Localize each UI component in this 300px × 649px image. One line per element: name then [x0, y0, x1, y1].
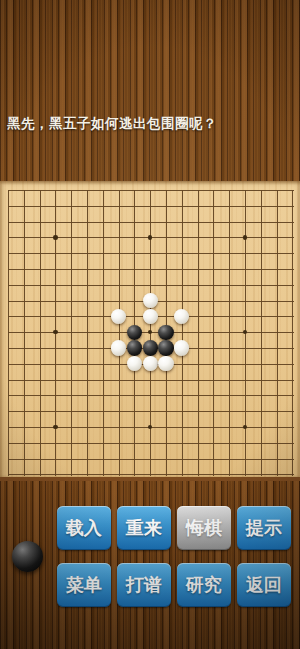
- board-cell[interactable]: [79, 387, 95, 403]
- board-cell[interactable]: [16, 182, 32, 198]
- board-cell[interactable]: [174, 214, 190, 230]
- board-cell[interactable]: [47, 356, 63, 372]
- board-cell[interactable]: [205, 277, 221, 293]
- board-cell[interactable]: [237, 182, 253, 198]
- board-cell[interactable]: [0, 229, 16, 245]
- board-cell[interactable]: [142, 324, 158, 340]
- board-cell[interactable]: [221, 340, 237, 356]
- board-cell[interactable]: [0, 403, 16, 419]
- board-cell[interactable]: [158, 466, 174, 482]
- board-cell[interactable]: [32, 451, 48, 467]
- board-cell[interactable]: [269, 261, 285, 277]
- board-cell[interactable]: [16, 356, 32, 372]
- board-cell[interactable]: [269, 198, 285, 214]
- board-cell[interactable]: [95, 435, 111, 451]
- board-cell[interactable]: [205, 293, 221, 309]
- board-cell[interactable]: [79, 308, 95, 324]
- board-cell[interactable]: [174, 324, 190, 340]
- board-cell[interactable]: [158, 435, 174, 451]
- board-cell[interactable]: [126, 214, 142, 230]
- board-cell[interactable]: [111, 324, 127, 340]
- board-cell[interactable]: [32, 356, 48, 372]
- board-cell[interactable]: [174, 293, 190, 309]
- board-cell[interactable]: [205, 182, 221, 198]
- board-cell[interactable]: [95, 261, 111, 277]
- board-cell[interactable]: [174, 198, 190, 214]
- board-cell[interactable]: [284, 435, 300, 451]
- board-cell[interactable]: [253, 419, 269, 435]
- board-cell[interactable]: [221, 324, 237, 340]
- board-cell[interactable]: [111, 340, 127, 356]
- board-cell[interactable]: [126, 182, 142, 198]
- board-cell[interactable]: [237, 261, 253, 277]
- board-cell[interactable]: [32, 324, 48, 340]
- board-cell[interactable]: [16, 214, 32, 230]
- board-cell[interactable]: [47, 277, 63, 293]
- board-cell[interactable]: [174, 229, 190, 245]
- board-cell[interactable]: [253, 372, 269, 388]
- board-cell[interactable]: [158, 308, 174, 324]
- board-cell[interactable]: [158, 214, 174, 230]
- board-cell[interactable]: [16, 245, 32, 261]
- board-cell[interactable]: [158, 324, 174, 340]
- board-cell[interactable]: [16, 261, 32, 277]
- board-cell[interactable]: [253, 451, 269, 467]
- board-cell[interactable]: [0, 324, 16, 340]
- board-cell[interactable]: [158, 451, 174, 467]
- board-cell[interactable]: [269, 435, 285, 451]
- board-cell[interactable]: [205, 356, 221, 372]
- restart-button[interactable]: 重来: [117, 506, 171, 550]
- board-cell[interactable]: [79, 419, 95, 435]
- board-cell[interactable]: [142, 277, 158, 293]
- board-cell[interactable]: [47, 182, 63, 198]
- board-cell[interactable]: [111, 261, 127, 277]
- board-cell[interactable]: [158, 387, 174, 403]
- board-cell[interactable]: [205, 435, 221, 451]
- board-cell[interactable]: [205, 340, 221, 356]
- board-cell[interactable]: [253, 277, 269, 293]
- board-cell[interactable]: [237, 356, 253, 372]
- board-cell[interactable]: [0, 451, 16, 467]
- board-cell[interactable]: [126, 198, 142, 214]
- board-cell[interactable]: [32, 466, 48, 482]
- board-cell[interactable]: [32, 340, 48, 356]
- board-cell[interactable]: [253, 466, 269, 482]
- board-cell[interactable]: [253, 214, 269, 230]
- board-cell[interactable]: [205, 451, 221, 467]
- board-cell[interactable]: [190, 229, 206, 245]
- board-cell[interactable]: [221, 214, 237, 230]
- board-cell[interactable]: [253, 387, 269, 403]
- board-cell[interactable]: [190, 324, 206, 340]
- board-cell[interactable]: [47, 293, 63, 309]
- board-cell[interactable]: [190, 387, 206, 403]
- study-button[interactable]: 研究: [177, 563, 231, 607]
- board-cell[interactable]: [126, 308, 142, 324]
- board-cell[interactable]: [142, 372, 158, 388]
- board-cell[interactable]: [47, 387, 63, 403]
- board-cell[interactable]: [253, 356, 269, 372]
- board-cell[interactable]: [269, 451, 285, 467]
- board-cell[interactable]: [253, 229, 269, 245]
- board-cell[interactable]: [79, 229, 95, 245]
- board-cell[interactable]: [253, 198, 269, 214]
- board-cell[interactable]: [221, 356, 237, 372]
- board-cell[interactable]: [126, 403, 142, 419]
- board-cell[interactable]: [126, 451, 142, 467]
- board-cell[interactable]: [111, 308, 127, 324]
- board-cell[interactable]: [190, 356, 206, 372]
- load-button[interactable]: 载入: [57, 506, 111, 550]
- board-cell[interactable]: [32, 403, 48, 419]
- board-cell[interactable]: [47, 451, 63, 467]
- board-cell[interactable]: [16, 466, 32, 482]
- board-cell[interactable]: [111, 245, 127, 261]
- board-cell[interactable]: [205, 198, 221, 214]
- board-cell[interactable]: [221, 277, 237, 293]
- board-cell[interactable]: [284, 214, 300, 230]
- board-cell[interactable]: [237, 198, 253, 214]
- board-cell[interactable]: [32, 308, 48, 324]
- board-cell[interactable]: [221, 466, 237, 482]
- board-cell[interactable]: [0, 214, 16, 230]
- board-cell[interactable]: [253, 293, 269, 309]
- board-cell[interactable]: [126, 261, 142, 277]
- board-cell[interactable]: [284, 340, 300, 356]
- board-cell[interactable]: [284, 293, 300, 309]
- board-cell[interactable]: [237, 324, 253, 340]
- board-cell[interactable]: [16, 403, 32, 419]
- board-cell[interactable]: [221, 229, 237, 245]
- board-cell[interactable]: [158, 403, 174, 419]
- board-cell[interactable]: [95, 198, 111, 214]
- board-cell[interactable]: [0, 277, 16, 293]
- board-cell[interactable]: [269, 466, 285, 482]
- board-cell[interactable]: [221, 261, 237, 277]
- board-cell[interactable]: [253, 403, 269, 419]
- board-cell[interactable]: [32, 198, 48, 214]
- board-cell[interactable]: [284, 261, 300, 277]
- board-cell[interactable]: [269, 308, 285, 324]
- board-cell[interactable]: [284, 419, 300, 435]
- board-cell[interactable]: [79, 466, 95, 482]
- board-cell[interactable]: [253, 245, 269, 261]
- board-cell[interactable]: [16, 308, 32, 324]
- board-cell[interactable]: [0, 466, 16, 482]
- board-cell[interactable]: [79, 245, 95, 261]
- board-cell[interactable]: [284, 324, 300, 340]
- board-cell[interactable]: [111, 372, 127, 388]
- board-cell[interactable]: [284, 198, 300, 214]
- menu-button[interactable]: 菜单: [57, 563, 111, 607]
- board-cell[interactable]: [237, 308, 253, 324]
- board-cell[interactable]: [16, 435, 32, 451]
- board-cell[interactable]: [32, 245, 48, 261]
- board-cell[interactable]: [95, 214, 111, 230]
- board-cell[interactable]: [111, 451, 127, 467]
- board-cell[interactable]: [205, 229, 221, 245]
- board-cell[interactable]: [190, 372, 206, 388]
- board-cell[interactable]: [16, 293, 32, 309]
- board-cell[interactable]: [79, 451, 95, 467]
- board-cell[interactable]: [190, 245, 206, 261]
- board-cell[interactable]: [205, 245, 221, 261]
- board-cell[interactable]: [63, 182, 79, 198]
- board-cell[interactable]: [95, 182, 111, 198]
- board-cell[interactable]: [142, 245, 158, 261]
- board-cell[interactable]: [174, 308, 190, 324]
- board-cell[interactable]: [142, 435, 158, 451]
- board-cell[interactable]: [221, 245, 237, 261]
- board-cell[interactable]: [221, 198, 237, 214]
- board-cell[interactable]: [221, 403, 237, 419]
- board-cell[interactable]: [63, 245, 79, 261]
- board-cell[interactable]: [142, 293, 158, 309]
- board-cell[interactable]: [237, 229, 253, 245]
- board-cell[interactable]: [158, 340, 174, 356]
- board-cell[interactable]: [174, 245, 190, 261]
- board-cell[interactable]: [95, 229, 111, 245]
- board-cell[interactable]: [205, 403, 221, 419]
- board-cell[interactable]: [284, 245, 300, 261]
- board-cell[interactable]: [269, 229, 285, 245]
- board-cell[interactable]: [237, 435, 253, 451]
- board-cell[interactable]: [0, 198, 16, 214]
- board-cell[interactable]: [253, 324, 269, 340]
- board-cell[interactable]: [95, 308, 111, 324]
- board-cell[interactable]: [79, 293, 95, 309]
- board-cell[interactable]: [111, 387, 127, 403]
- board-cell[interactable]: [142, 451, 158, 467]
- board-cell[interactable]: [221, 387, 237, 403]
- board-cell[interactable]: [0, 308, 16, 324]
- board-cell[interactable]: [142, 419, 158, 435]
- board-cell[interactable]: [142, 340, 158, 356]
- board-cell[interactable]: [174, 261, 190, 277]
- board-cell[interactable]: [142, 198, 158, 214]
- board-cell[interactable]: [253, 435, 269, 451]
- board-cell[interactable]: [174, 372, 190, 388]
- board-cell[interactable]: [237, 293, 253, 309]
- board-cell[interactable]: [63, 419, 79, 435]
- board-cell[interactable]: [47, 372, 63, 388]
- hint-button[interactable]: 提示: [237, 506, 291, 550]
- board-cell[interactable]: [95, 372, 111, 388]
- board-cell[interactable]: [111, 466, 127, 482]
- board-cell[interactable]: [190, 419, 206, 435]
- board-cell[interactable]: [47, 245, 63, 261]
- board-cell[interactable]: [16, 372, 32, 388]
- board-cell[interactable]: [221, 451, 237, 467]
- board-cell[interactable]: [142, 387, 158, 403]
- board-cell[interactable]: [111, 277, 127, 293]
- board-cell[interactable]: [79, 403, 95, 419]
- board-cell[interactable]: [221, 419, 237, 435]
- board-cell[interactable]: [32, 261, 48, 277]
- board-cell[interactable]: [269, 293, 285, 309]
- board-cell[interactable]: [221, 308, 237, 324]
- board-cell[interactable]: [79, 435, 95, 451]
- board-cell[interactable]: [126, 277, 142, 293]
- board-cell[interactable]: [205, 466, 221, 482]
- board-cell[interactable]: [32, 435, 48, 451]
- board-cell[interactable]: [269, 387, 285, 403]
- board-cell[interactable]: [142, 214, 158, 230]
- board-cell[interactable]: [142, 229, 158, 245]
- board-cell[interactable]: [111, 182, 127, 198]
- board-cell[interactable]: [158, 261, 174, 277]
- board-cell[interactable]: [63, 435, 79, 451]
- board-cell[interactable]: [269, 340, 285, 356]
- board-cell[interactable]: [63, 466, 79, 482]
- board-cell[interactable]: [284, 229, 300, 245]
- board-cell[interactable]: [126, 340, 142, 356]
- board-cell[interactable]: [79, 372, 95, 388]
- board-cell[interactable]: [142, 356, 158, 372]
- board-cell[interactable]: [221, 372, 237, 388]
- board-cell[interactable]: [205, 372, 221, 388]
- board-cell[interactable]: [190, 293, 206, 309]
- board-cell[interactable]: [32, 419, 48, 435]
- board-cell[interactable]: [63, 214, 79, 230]
- board-cell[interactable]: [126, 245, 142, 261]
- board-cell[interactable]: [63, 356, 79, 372]
- board-cell[interactable]: [63, 261, 79, 277]
- board-cell[interactable]: [284, 356, 300, 372]
- board-cell[interactable]: [126, 324, 142, 340]
- board-cell[interactable]: [190, 451, 206, 467]
- board-cell[interactable]: [205, 419, 221, 435]
- board-cell[interactable]: [95, 419, 111, 435]
- board-cell[interactable]: [32, 387, 48, 403]
- board-cell[interactable]: [126, 435, 142, 451]
- board-cell[interactable]: [126, 372, 142, 388]
- record-button[interactable]: 打谱: [117, 563, 171, 607]
- board-cell[interactable]: [0, 182, 16, 198]
- board-cell[interactable]: [63, 293, 79, 309]
- board-cell[interactable]: [0, 340, 16, 356]
- board-cell[interactable]: [79, 214, 95, 230]
- board-cell[interactable]: [47, 419, 63, 435]
- board-cell[interactable]: [16, 198, 32, 214]
- board-cell[interactable]: [269, 324, 285, 340]
- board-cell[interactable]: [111, 419, 127, 435]
- board-cell[interactable]: [95, 387, 111, 403]
- board-cell[interactable]: [32, 372, 48, 388]
- board-cell[interactable]: [95, 356, 111, 372]
- board-cell[interactable]: [79, 261, 95, 277]
- board-cell[interactable]: [158, 245, 174, 261]
- board-cell[interactable]: [16, 387, 32, 403]
- board-cell[interactable]: [269, 214, 285, 230]
- board-cell[interactable]: [142, 261, 158, 277]
- board-cell[interactable]: [47, 308, 63, 324]
- board-cell[interactable]: [269, 356, 285, 372]
- board-cell[interactable]: [237, 403, 253, 419]
- board-cell[interactable]: [142, 308, 158, 324]
- board-cell[interactable]: [16, 451, 32, 467]
- board-cell[interactable]: [237, 277, 253, 293]
- board-cell[interactable]: [32, 214, 48, 230]
- board-cell[interactable]: [95, 245, 111, 261]
- board-cell[interactable]: [158, 182, 174, 198]
- board-cell[interactable]: [47, 261, 63, 277]
- board-cell[interactable]: [284, 451, 300, 467]
- board-cell[interactable]: [63, 277, 79, 293]
- board-cell[interactable]: [63, 308, 79, 324]
- board-cell[interactable]: [0, 419, 16, 435]
- board-cell[interactable]: [158, 229, 174, 245]
- board-cell[interactable]: [79, 182, 95, 198]
- board-cell[interactable]: [47, 229, 63, 245]
- board-cell[interactable]: [142, 466, 158, 482]
- board-cell[interactable]: [190, 403, 206, 419]
- board-cell[interactable]: [190, 308, 206, 324]
- board-cell[interactable]: [284, 466, 300, 482]
- board-cell[interactable]: [237, 214, 253, 230]
- board-cell[interactable]: [174, 182, 190, 198]
- board-cell[interactable]: [79, 356, 95, 372]
- board-cell[interactable]: [47, 435, 63, 451]
- board-cell[interactable]: [269, 419, 285, 435]
- board-cell[interactable]: [190, 277, 206, 293]
- board-cell[interactable]: [190, 214, 206, 230]
- board-cell[interactable]: [111, 403, 127, 419]
- board-cell[interactable]: [16, 340, 32, 356]
- board-cell[interactable]: [269, 403, 285, 419]
- board-cell[interactable]: [269, 277, 285, 293]
- board-cell[interactable]: [269, 182, 285, 198]
- board-cell[interactable]: [237, 466, 253, 482]
- board-cell[interactable]: [79, 277, 95, 293]
- board-cell[interactable]: [16, 229, 32, 245]
- board-cell[interactable]: [237, 372, 253, 388]
- board-cell[interactable]: [95, 324, 111, 340]
- board-cell[interactable]: [237, 387, 253, 403]
- board-cell[interactable]: [79, 340, 95, 356]
- board-cell[interactable]: [190, 435, 206, 451]
- board-cell[interactable]: [253, 182, 269, 198]
- board-cell[interactable]: [0, 261, 16, 277]
- board-cell[interactable]: [63, 324, 79, 340]
- board-cell[interactable]: [237, 451, 253, 467]
- board-cell[interactable]: [190, 261, 206, 277]
- board-cell[interactable]: [126, 293, 142, 309]
- board-cell[interactable]: [63, 340, 79, 356]
- board-cell[interactable]: [0, 372, 16, 388]
- board-cell[interactable]: [174, 435, 190, 451]
- board-cell[interactable]: [126, 356, 142, 372]
- board-cell[interactable]: [269, 245, 285, 261]
- board-cell[interactable]: [158, 356, 174, 372]
- board-cell[interactable]: [190, 466, 206, 482]
- board-cell[interactable]: [79, 198, 95, 214]
- board-cell[interactable]: [111, 356, 127, 372]
- board-cell[interactable]: [111, 293, 127, 309]
- board-cell[interactable]: [221, 435, 237, 451]
- board-cell[interactable]: [158, 372, 174, 388]
- board-cell[interactable]: [158, 419, 174, 435]
- board-cell[interactable]: [111, 214, 127, 230]
- board-cell[interactable]: [63, 387, 79, 403]
- undo-button[interactable]: 悔棋: [177, 506, 231, 550]
- board-cell[interactable]: [205, 214, 221, 230]
- board-cell[interactable]: [95, 451, 111, 467]
- board-cell[interactable]: [253, 261, 269, 277]
- board-cell[interactable]: [0, 293, 16, 309]
- board-cell[interactable]: [158, 198, 174, 214]
